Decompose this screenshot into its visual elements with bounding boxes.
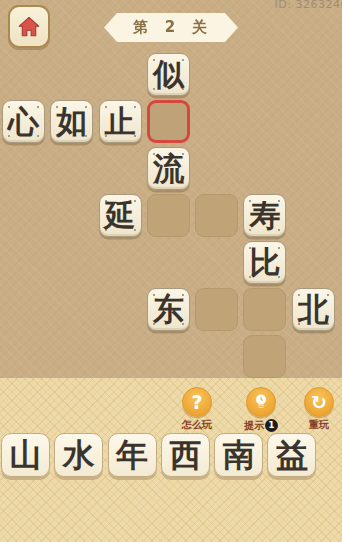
board-tile-北[interactable]: 北 (292, 288, 335, 331)
board-cell-empty[interactable] (195, 194, 238, 237)
replay-icon: ↻ (304, 387, 334, 417)
board-tile-心[interactable]: 心 (2, 100, 45, 143)
board-tile-东[interactable]: 东 (147, 288, 190, 331)
level-banner: 第 2 关 (104, 13, 238, 42)
board-tile-似[interactable]: 似 (147, 53, 190, 96)
tray-tile-南[interactable]: 南 (214, 433, 263, 477)
replay-button[interactable]: ↻ 重玩 (296, 387, 342, 431)
player-id: ID: 3263246 (275, 0, 342, 11)
tray-tile-山[interactable]: 山 (1, 433, 50, 477)
board-cell-empty[interactable] (147, 194, 190, 237)
game-screen: ID: 3263246 第 2 关 似心如止流延寿比东北 ? 怎么玩 (0, 0, 342, 542)
puzzle-board: 似心如止流延寿比东北 (2, 53, 335, 378)
question-icon: ? (182, 387, 212, 417)
tile-tray: 山水年西南益 (1, 433, 316, 477)
bottom-panel: ? 怎么玩 提示 1 ↻ 重玩 (0, 378, 342, 542)
home-icon (16, 14, 42, 40)
board-tile-如[interactable]: 如 (50, 100, 93, 143)
board-tile-延[interactable]: 延 (99, 194, 142, 237)
board-cell-empty[interactable] (243, 335, 286, 378)
board-cell-empty[interactable] (243, 288, 286, 331)
replay-label: 重玩 (309, 419, 329, 431)
tray-tile-年[interactable]: 年 (108, 433, 157, 477)
board-cell-selected[interactable] (147, 100, 190, 143)
lightbulb-icon (246, 387, 276, 417)
tray-tile-水[interactable]: 水 (54, 433, 103, 477)
board-cell-empty[interactable] (195, 288, 238, 331)
board-tile-止[interactable]: 止 (99, 100, 142, 143)
how-to-play-button[interactable]: ? 怎么玩 (174, 387, 220, 431)
tray-tile-益[interactable]: 益 (267, 433, 316, 477)
hint-count-badge: 1 (265, 419, 278, 432)
hint-button[interactable]: 提示 1 (238, 387, 284, 432)
board-tile-寿[interactable]: 寿 (243, 194, 286, 237)
how-to-play-label: 怎么玩 (182, 419, 212, 431)
level-label: 第 2 关 (133, 18, 208, 37)
board-tile-流[interactable]: 流 (147, 147, 190, 190)
tray-tile-西[interactable]: 西 (161, 433, 210, 477)
hint-label: 提示 (244, 420, 264, 432)
board-tile-比[interactable]: 比 (243, 241, 286, 284)
home-button[interactable] (8, 5, 50, 48)
